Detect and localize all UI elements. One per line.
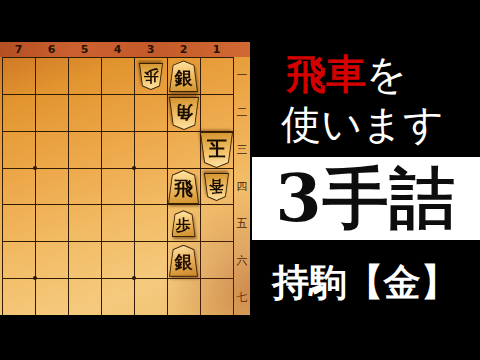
square-5二 (69, 95, 102, 132)
file-label-1: 1 (200, 43, 233, 57)
piece-face: 飛 (169, 171, 198, 203)
rank-label-5: 五 (234, 216, 250, 231)
file-label-2: 2 (167, 43, 200, 57)
square-4六 (102, 242, 135, 279)
square-3二 (135, 95, 168, 132)
square-2三 (168, 132, 201, 169)
rank-label-6: 六 (234, 253, 250, 268)
square-1二 (201, 95, 234, 132)
square-7二 (3, 95, 36, 132)
piece-face: 香 (205, 174, 228, 200)
piece-face: 玉 (201, 133, 232, 167)
square-5四 (69, 169, 102, 206)
square-4二 (102, 95, 135, 132)
file-label-4: 4 (101, 43, 134, 57)
square-1五 (201, 205, 234, 242)
headline-band: 3手詰 (252, 157, 480, 240)
rank-label-7: 七 (234, 290, 250, 305)
square-6七 (36, 279, 69, 315)
piece-kanji: 歩 (143, 68, 158, 86)
square-5七 (69, 279, 102, 315)
square-6四 (36, 169, 69, 206)
hoshi-dot (132, 166, 136, 170)
caption-line2: 使います (281, 102, 444, 146)
hoshi-dot (33, 166, 37, 170)
piece-kanji: 玉 (207, 138, 227, 162)
square-4三 (102, 132, 135, 169)
piece-kanji: 銀 (175, 66, 193, 87)
piece-face: 銀 (170, 246, 197, 276)
square-3三 (135, 132, 168, 169)
square-3四 (135, 169, 168, 206)
square-4一 (102, 58, 135, 95)
shogi-board-photo: 7654321 一二三四五六七 歩銀角玉飛香歩銀 (0, 42, 250, 315)
square-5三 (69, 132, 102, 169)
mate-in-3-headline: 3手詰 (276, 154, 457, 244)
sente-銀-piece-2六: 銀 (169, 245, 198, 277)
square-4四 (102, 169, 135, 206)
file-label-strip: 7654321 (0, 42, 250, 57)
square-4五 (102, 205, 135, 242)
rank-label-2: 二 (234, 105, 250, 120)
pieces-in-hand-label: 持駒【金】 (250, 258, 480, 308)
gote-香-piece-1四: 香 (204, 173, 229, 201)
piece-kanji: 銀 (175, 250, 193, 271)
piece-kanji: 角 (175, 103, 193, 124)
square-5五 (69, 205, 102, 242)
rank-label-1: 一 (234, 68, 250, 83)
caption-line1: 飛車を (286, 52, 407, 96)
square-5一 (69, 58, 102, 95)
piece-kanji: 飛 (174, 176, 193, 198)
piece-kanji: 香 (209, 178, 224, 196)
square-7三 (3, 132, 36, 169)
caption-rook-word: 飛車 (286, 50, 366, 97)
piece-kanji: 歩 (176, 215, 191, 233)
square-6一 (36, 58, 69, 95)
rank-label-3: 三 (234, 142, 250, 157)
piece-face: 歩 (173, 211, 195, 236)
square-7四 (3, 169, 36, 206)
sente-飛-piece-2四: 飛 (168, 170, 199, 204)
caption-panel: 飛車を 使います 3手詰 持駒【金】 (250, 42, 480, 315)
gote-歩-piece-3一: 歩 (139, 63, 163, 90)
square-6五 (36, 205, 69, 242)
gote-角-piece-2二: 角 (169, 97, 199, 130)
square-7六 (3, 242, 36, 279)
video-frame: 7654321 一二三四五六七 歩銀角玉飛香歩銀 飛車を 使います 3手詰 持駒… (0, 0, 480, 360)
square-3七 (135, 279, 168, 315)
square-3六 (135, 242, 168, 279)
square-4七 (102, 279, 135, 315)
square-6六 (36, 242, 69, 279)
piece-face: 銀 (170, 61, 197, 91)
square-7七 (3, 279, 36, 315)
file-label-3: 3 (134, 43, 167, 57)
square-1六 (201, 242, 234, 279)
sente-銀-piece-2一: 銀 (169, 60, 198, 92)
file-label-7: 7 (2, 43, 35, 57)
square-1七 (201, 279, 234, 315)
file-label-6: 6 (35, 43, 68, 57)
square-7五 (3, 205, 36, 242)
square-6二 (36, 95, 69, 132)
gote-玉-piece-1三: 玉 (200, 132, 233, 168)
square-5六 (69, 242, 102, 279)
caption-particle: を (366, 51, 407, 97)
piece-face: 角 (170, 98, 198, 129)
square-7一 (3, 58, 36, 95)
rank-label-strip: 一二三四五六七 (234, 57, 250, 315)
square-6三 (36, 132, 69, 169)
file-label-5: 5 (68, 43, 101, 57)
square-3五 (135, 205, 168, 242)
rank-label-4: 四 (234, 179, 250, 194)
square-1一 (201, 58, 234, 95)
sente-歩-piece-2五: 歩 (172, 210, 196, 237)
square-2七 (168, 279, 201, 315)
